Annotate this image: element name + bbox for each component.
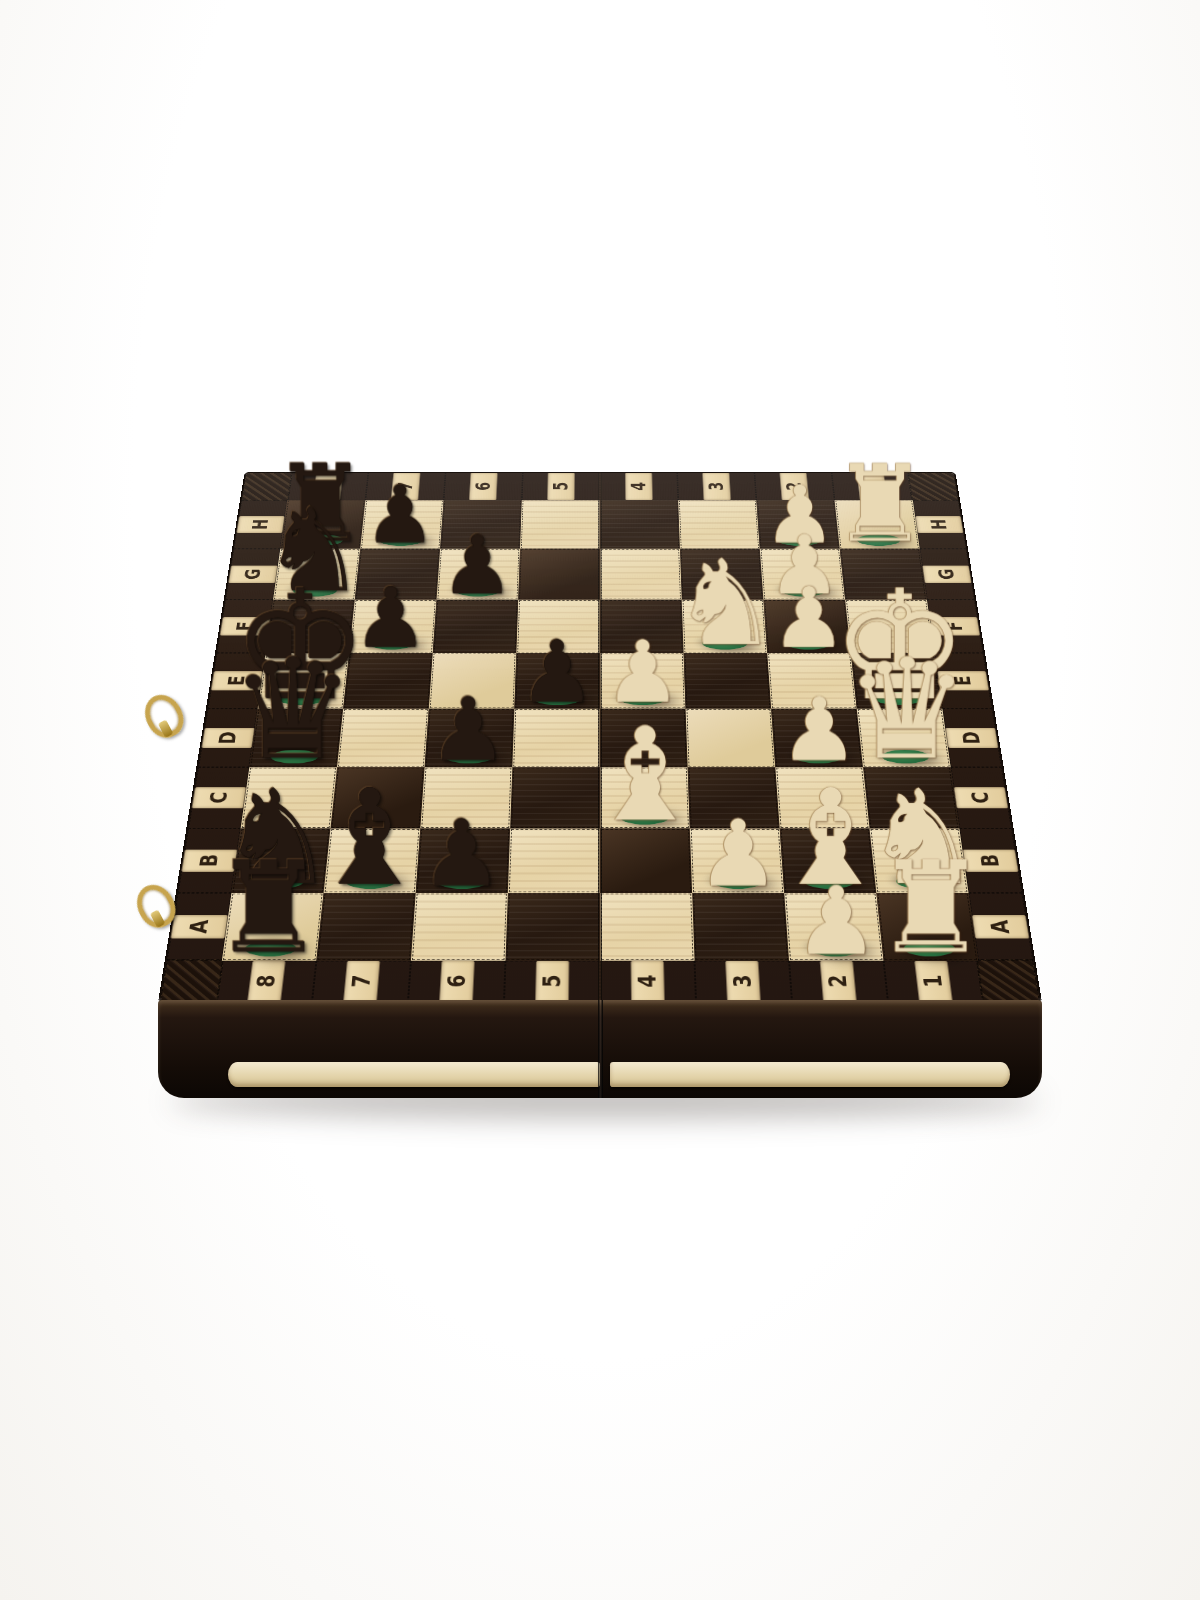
square-g5[interactable] [518,549,600,600]
square-b6[interactable]: ♟ [416,828,510,892]
coordinate-label-right-e: E [934,653,992,709]
coordinate-label-far-3: 3 [677,473,756,500]
square-b4[interactable] [600,828,692,892]
square-a6[interactable] [411,893,508,961]
coordinate-label-right-a: A [969,893,1034,961]
coordinate-label-near-1: 1 [884,961,984,1002]
square-b5[interactable] [508,828,600,892]
black-pawn-g6[interactable]: ♟ [441,531,514,600]
square-c4[interactable]: ♝ [600,767,690,828]
coordinate-label-left-a: A [167,893,232,961]
coordinate-label-near-8: 8 [216,961,316,1002]
coordinate-label-right-d: D [942,709,1001,767]
coordinate-label-far-6: 6 [444,473,523,500]
square-b7[interactable]: ♝ [324,828,421,892]
white-pawn-b3[interactable]: ♟ [697,816,780,894]
white-knight-f3[interactable]: ♞ [672,553,778,654]
coordinate-label-right-h: H [913,500,967,549]
white-pawn-a2[interactable]: ♟ [794,882,879,962]
coordinate-label-far-7: 7 [365,473,445,500]
coordinate-label-near-2: 2 [789,961,888,1002]
perspective-scene: 87654321 87654321 HGFEDCBA HGFEDCBA ♜♟♟♜… [0,0,1200,1600]
coordinate-label-left-c: C [188,767,249,828]
coordinate-label-far-8: 8 [287,473,368,500]
product-photo-stage: 87654321 87654321 HGFEDCBA HGFEDCBA ♜♟♟♜… [0,0,1200,1600]
square-h4[interactable] [600,500,680,549]
coordinate-label-far-2: 2 [754,473,834,500]
coordinate-label-left-h: H [234,500,288,549]
square-d1[interactable]: ♛ [857,709,951,767]
coordinate-label-right-c: C [951,767,1012,828]
coordinate-label-right-g: G [920,549,975,600]
white-bishop-c4[interactable]: ♝ [587,720,703,830]
coordinate-label-near-3: 3 [695,961,792,1002]
square-f3[interactable]: ♞ [682,600,768,653]
square-h1[interactable]: ♜ [835,500,920,549]
border-corner-hatch [160,959,224,1002]
square-a3[interactable] [692,893,789,961]
coordinate-label-left-e: E [208,653,266,709]
square-g4[interactable] [600,549,682,600]
coordinate-label-far-5: 5 [522,473,600,500]
black-bishop-b7[interactable]: ♝ [310,782,429,895]
square-g6[interactable]: ♟ [437,549,521,600]
coordinate-label-far-1: 1 [832,473,913,500]
square-a8[interactable]: ♜ [222,893,324,961]
coordinate-strip-near: 87654321 [216,961,984,1002]
base-fold-seam [598,1000,603,1098]
coordinate-label-near-4: 4 [600,961,696,1002]
coordinate-label-far-4: 4 [600,473,678,500]
coordinate-label-near-6: 6 [408,961,505,1002]
square-a5[interactable] [505,893,600,961]
square-h7[interactable]: ♟ [360,500,443,549]
coordinate-label-near-7: 7 [312,961,411,1002]
coordinate-label-left-g: G [225,549,280,600]
black-pawn-b6[interactable]: ♟ [420,816,503,894]
coordinate-label-right-b: B [959,828,1022,892]
chess-board: 87654321 87654321 HGFEDCBA HGFEDCBA ♜♟♟♜… [160,473,1040,1002]
square-a4[interactable] [600,893,695,961]
coordinate-label-left-b: B [178,828,241,892]
black-pawn-e5[interactable]: ♟ [519,637,596,710]
box-base [158,1000,1042,1098]
coordinate-strip-far: 87654321 [287,473,913,500]
coordinate-label-left-d: D [198,709,257,767]
square-h5[interactable] [520,500,600,549]
square-a7[interactable] [316,893,415,961]
coordinate-label-right-f: F [927,600,983,653]
square-f6[interactable] [433,600,519,653]
square-a1[interactable]: ♜ [876,893,978,961]
square-d8[interactable]: ♛ [249,709,343,767]
square-d6[interactable]: ♟ [425,709,515,767]
coordinate-label-left-f: F [217,600,273,653]
square-a2[interactable]: ♟ [784,893,883,961]
base-foot-strip-right [610,1062,1010,1087]
black-pawn-d6[interactable]: ♟ [429,694,508,769]
coordinate-label-near-5: 5 [504,961,600,1002]
border-corner-hatch [976,959,1040,1002]
base-foot-strip-left [228,1062,600,1087]
